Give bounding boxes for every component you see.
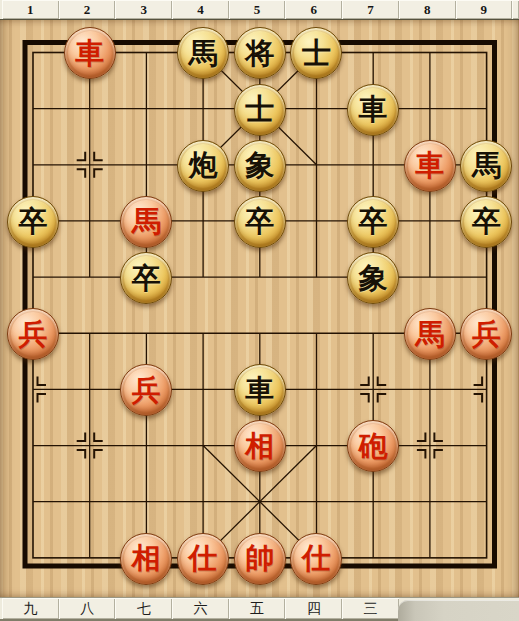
piece-red-仕[interactable]: 仕 (290, 533, 342, 585)
top-label-7: 7 (342, 0, 399, 19)
piece-red-兵[interactable]: 兵 (120, 364, 172, 416)
piece-black-卒[interactable]: 卒 (460, 196, 512, 248)
piece-red-車[interactable]: 車 (64, 27, 116, 79)
piece-black-馬[interactable]: 馬 (177, 27, 229, 79)
top-label-2: 2 (59, 0, 116, 19)
top-label-4: 4 (172, 0, 229, 19)
bottom-label-6: 四 (285, 598, 342, 619)
piece-red-兵[interactable]: 兵 (7, 308, 59, 360)
piece-red-兵[interactable]: 兵 (460, 308, 512, 360)
piece-black-卒[interactable]: 卒 (120, 252, 172, 304)
bottom-label-7: 三 (342, 598, 399, 619)
top-label-9: 9 (456, 0, 513, 19)
piece-red-車[interactable]: 車 (404, 140, 456, 192)
xiangqi-app: 123456789 車馬将士士車炮象車馬卒馬卒卒卒卒象兵馬兵兵車相砲相仕帥仕 九… (0, 0, 519, 621)
bottom-label-2: 八 (59, 598, 116, 619)
piece-black-将[interactable]: 将 (234, 27, 286, 79)
top-label-3: 3 (115, 0, 172, 19)
top-coordinate-bar: 123456789 (0, 0, 519, 20)
piece-red-馬[interactable]: 馬 (404, 308, 456, 360)
top-label-8: 8 (399, 0, 456, 19)
top-label-filler (512, 0, 519, 19)
bottom-coordinate-bar: 九八七六五四三 (0, 597, 519, 621)
top-label-5: 5 (229, 0, 286, 19)
piece-black-士[interactable]: 士 (290, 27, 342, 79)
piece-black-炮[interactable]: 炮 (177, 140, 229, 192)
xiangqi-board[interactable]: 車馬将士士車炮象車馬卒馬卒卒卒卒象兵馬兵兵車相砲相仕帥仕 (0, 20, 519, 597)
piece-black-卒[interactable]: 卒 (347, 196, 399, 248)
bottom-label-5: 五 (229, 598, 286, 619)
piece-black-士[interactable]: 士 (234, 84, 286, 136)
piece-black-卒[interactable]: 卒 (234, 196, 286, 248)
piece-red-砲[interactable]: 砲 (347, 420, 399, 472)
piece-black-象[interactable]: 象 (347, 252, 399, 304)
top-label-1: 1 (2, 0, 59, 19)
piece-layer: 車馬将士士車炮象車馬卒馬卒卒卒卒象兵馬兵兵車相砲相仕帥仕 (5, 24, 515, 585)
piece-black-車[interactable]: 車 (234, 364, 286, 416)
bottom-right-panel (398, 600, 519, 621)
bottom-label-4: 六 (172, 598, 229, 619)
piece-red-相[interactable]: 相 (234, 420, 286, 472)
top-label-6: 6 (285, 0, 342, 19)
piece-black-象[interactable]: 象 (234, 140, 286, 192)
piece-red-相[interactable]: 相 (120, 533, 172, 585)
piece-red-帥[interactable]: 帥 (234, 533, 286, 585)
bottom-label-1: 九 (2, 598, 59, 619)
piece-black-卒[interactable]: 卒 (7, 196, 59, 248)
piece-black-車[interactable]: 車 (347, 84, 399, 136)
bottom-label-3: 七 (115, 598, 172, 619)
piece-black-馬[interactable]: 馬 (460, 140, 512, 192)
piece-red-馬[interactable]: 馬 (120, 196, 172, 248)
piece-red-仕[interactable]: 仕 (177, 533, 229, 585)
